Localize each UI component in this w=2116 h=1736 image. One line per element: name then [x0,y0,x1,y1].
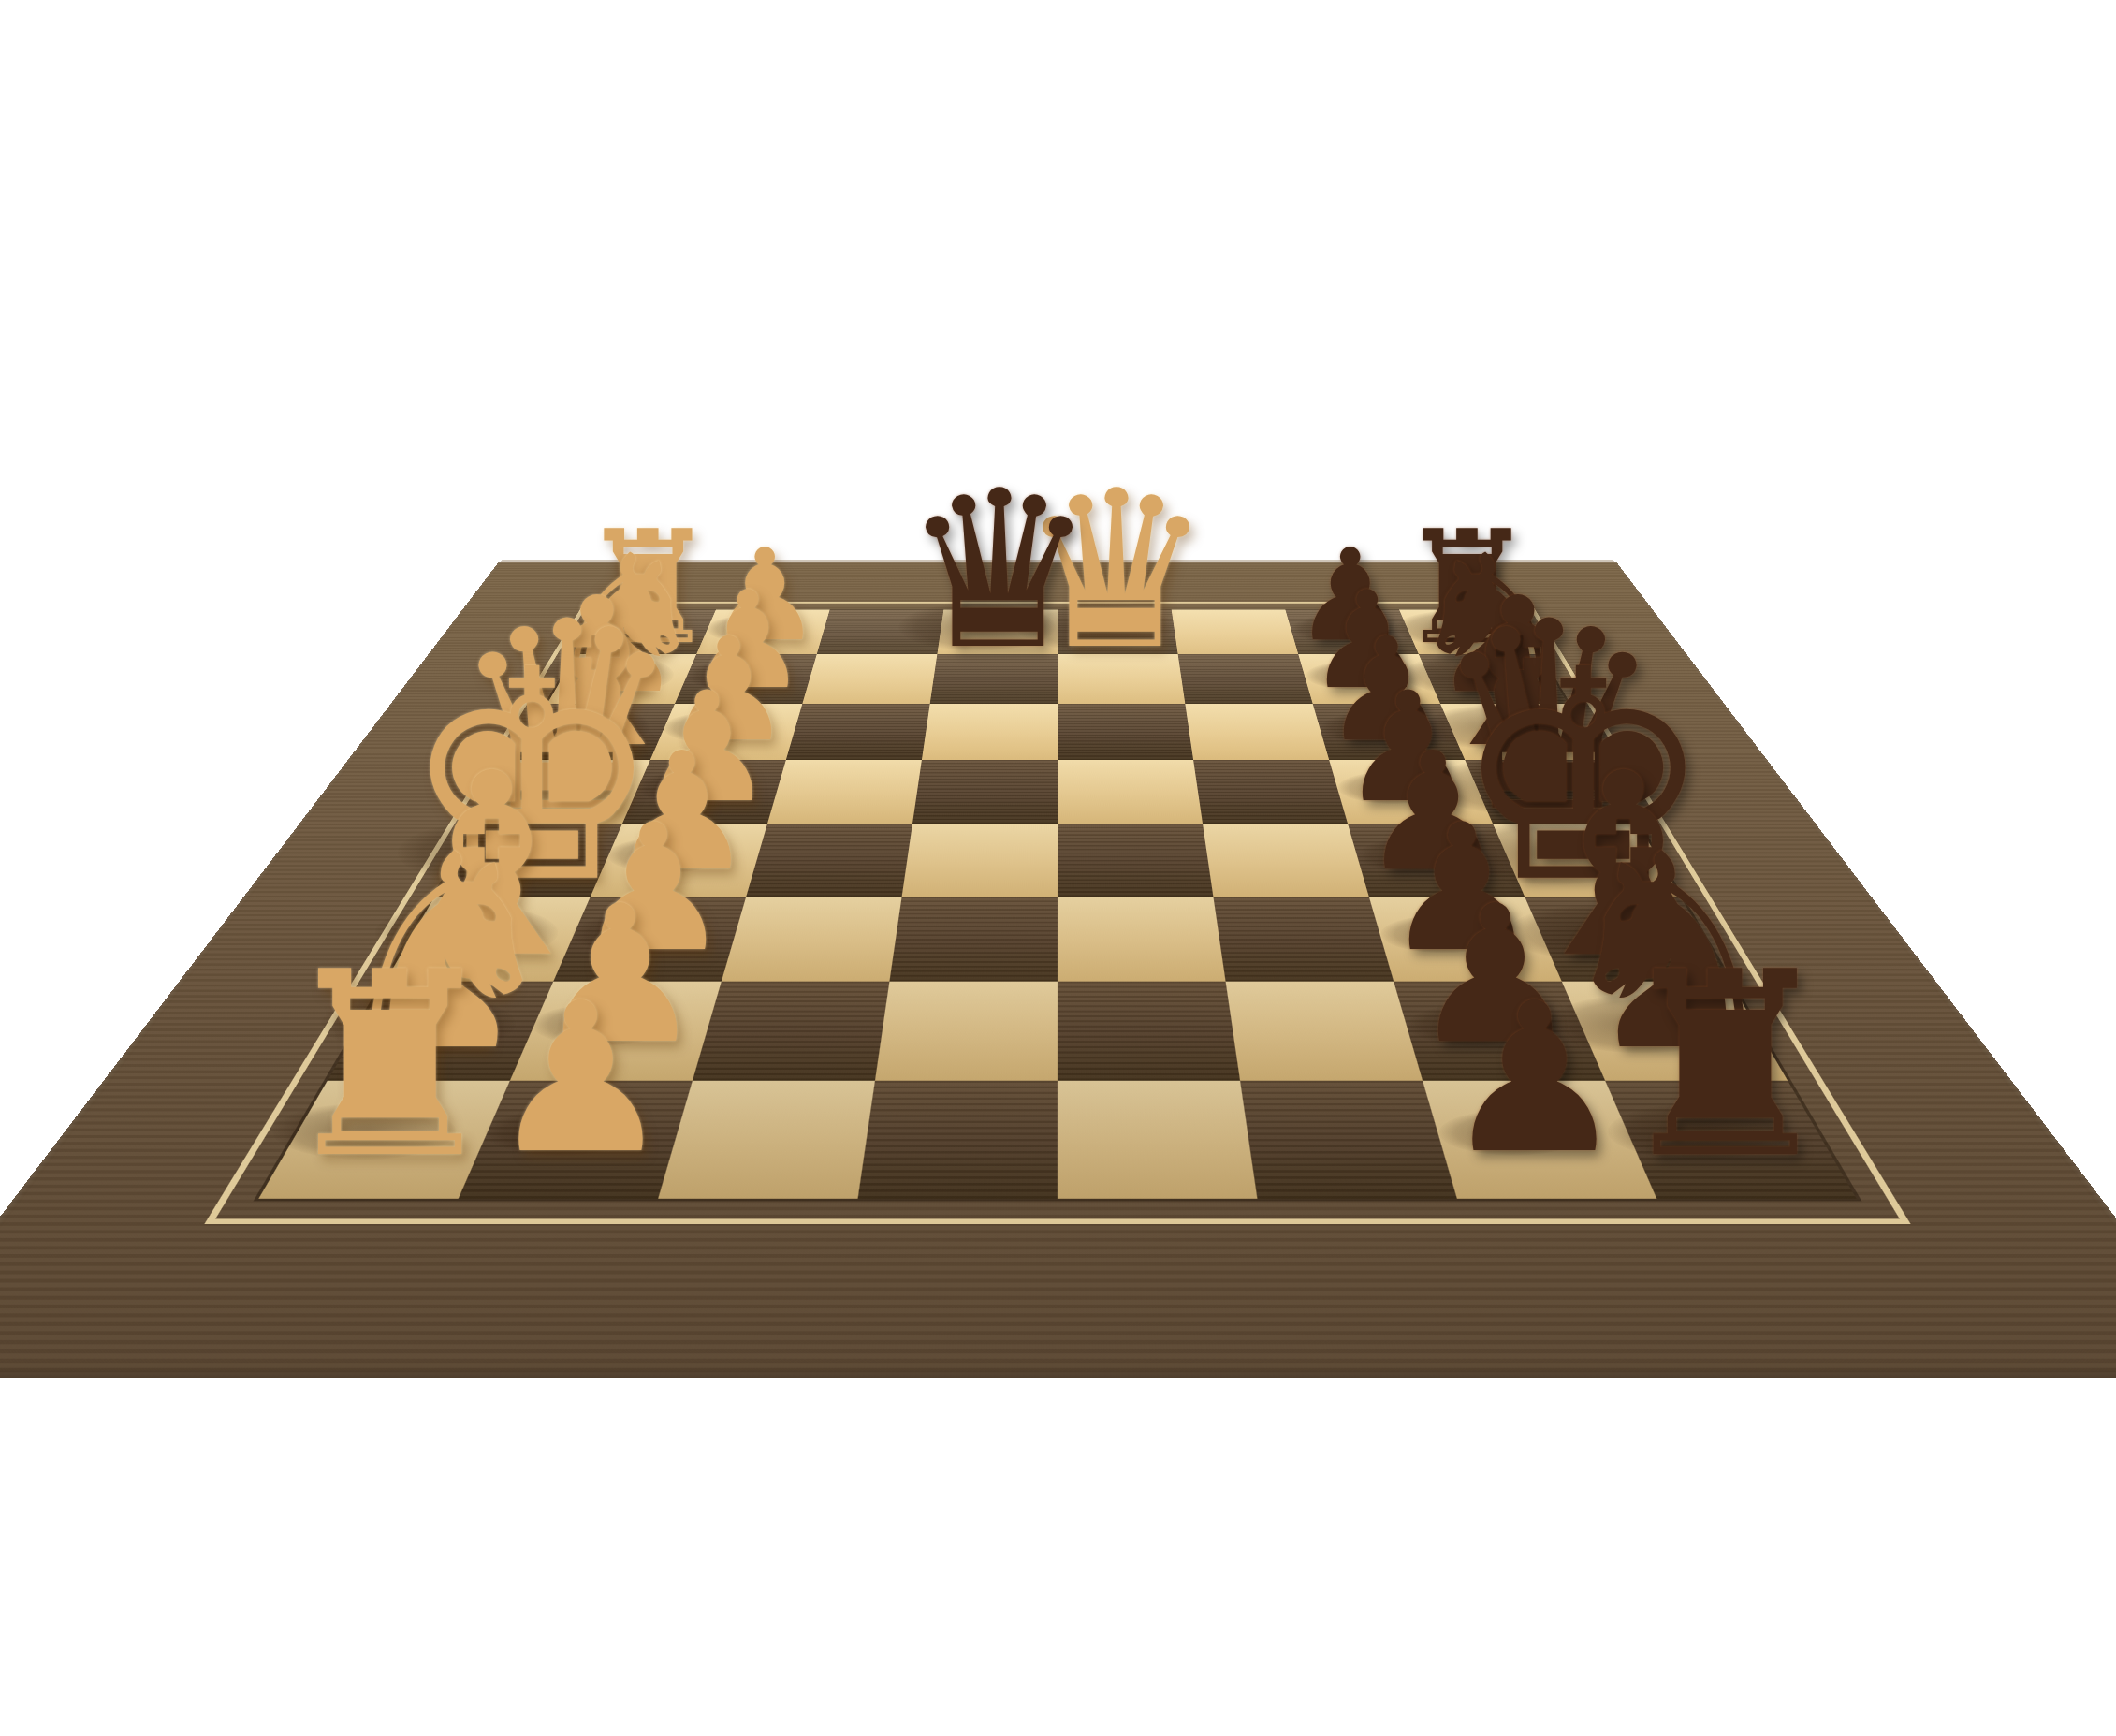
black-rook-h8[interactable]: ♜ [1611,939,1839,1193]
black-pawn-h7[interactable]: ♟ [1442,976,1627,1183]
square-c5[interactable] [1058,704,1193,760]
square-f3[interactable] [722,897,902,981]
white-pawn-h2[interactable]: ♟ [488,976,673,1183]
white-rook-h1[interactable]: ♜ [276,939,504,1193]
square-f4[interactable] [889,897,1058,981]
square-c4[interactable] [922,704,1058,760]
square-h3[interactable] [658,1081,875,1199]
square-e5[interactable] [1058,824,1213,897]
square-d5[interactable] [1058,760,1203,824]
square-g3[interactable] [693,982,890,1081]
square-g6[interactable] [1226,982,1423,1081]
square-g4[interactable] [875,982,1058,1081]
square-h4[interactable] [858,1081,1058,1199]
square-e4[interactable] [902,824,1058,897]
square-f5[interactable] [1058,897,1226,981]
square-d4[interactable] [912,760,1058,824]
chess-set-photo: ♜♟♛♛♟♜♞♟♟♞♝♟♟♝♛♟♟♛♚♟♟♚♝♟♟♝♞♟♟♞♜♟♟♜ [0,0,2116,1736]
square-h6[interactable] [1240,1081,1457,1199]
square-g5[interactable] [1058,982,1240,1081]
square-h5[interactable] [1058,1081,1257,1199]
spare-black-queen-a4[interactable]: ♛ [901,461,1096,678]
square-f6[interactable] [1213,897,1394,981]
